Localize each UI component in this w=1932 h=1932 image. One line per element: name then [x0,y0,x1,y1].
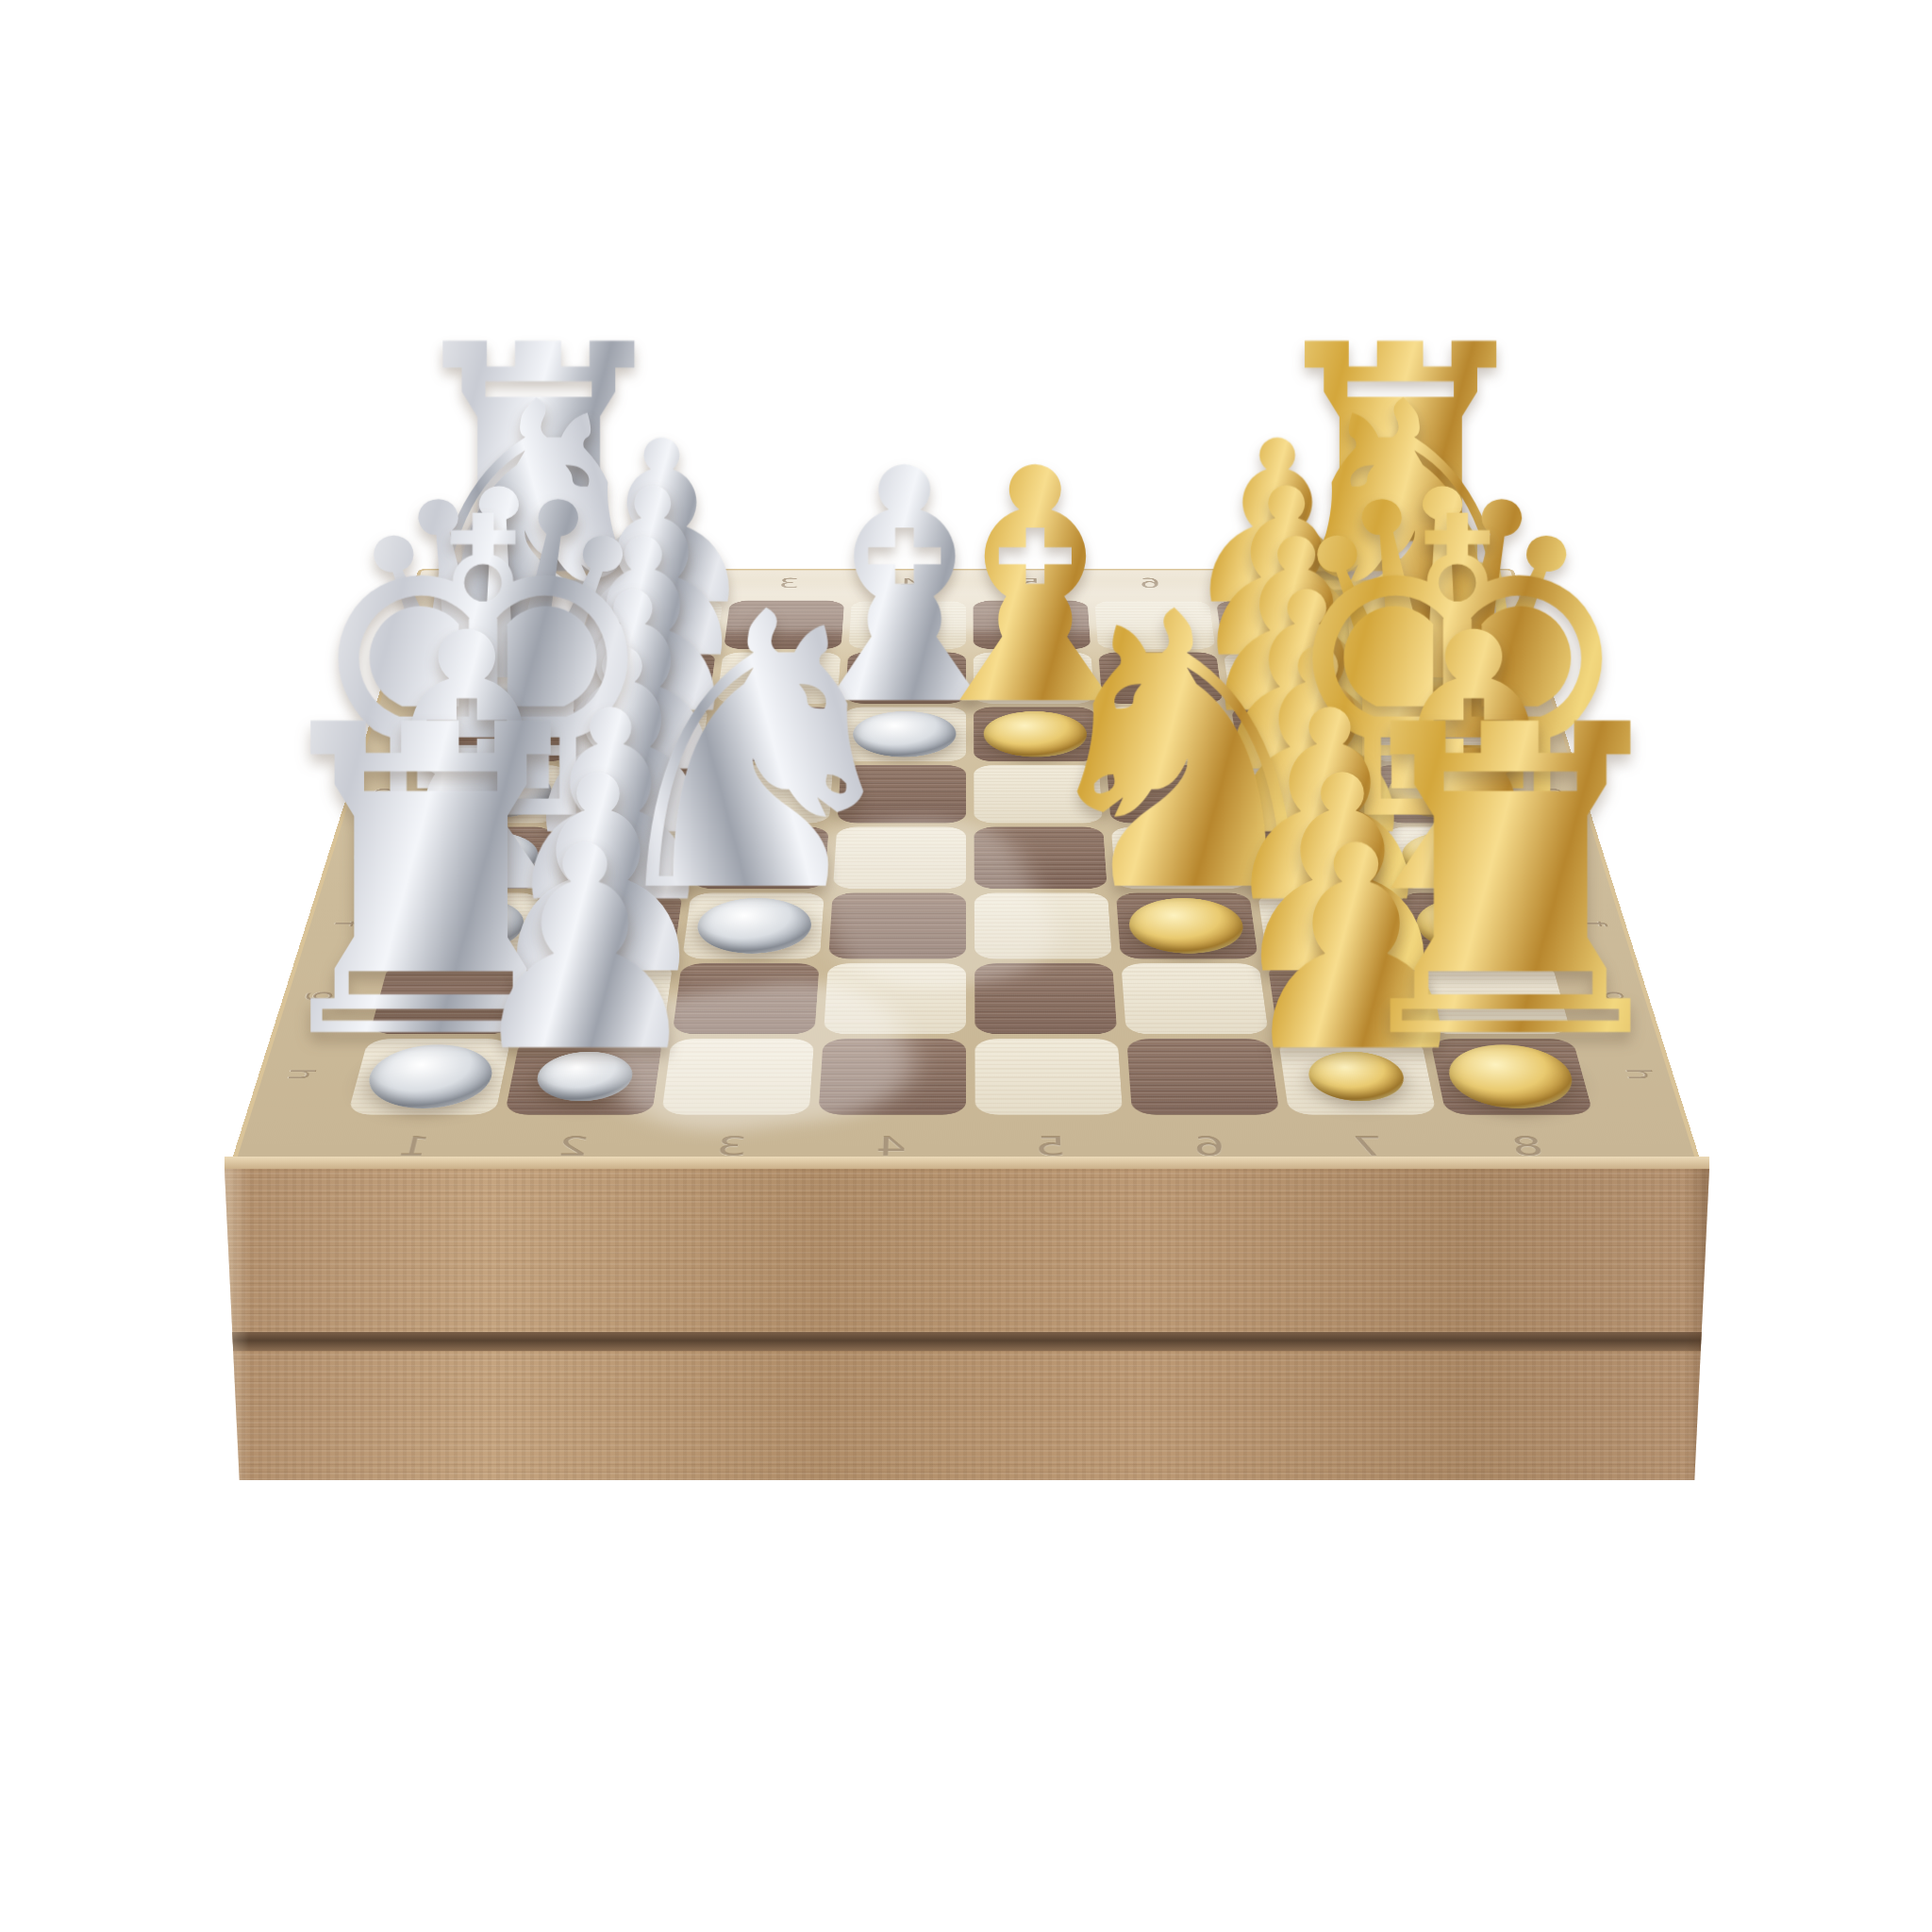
file-label-right-g: g [1594,987,1639,1007]
piece-gold-r-h8: ♜ [1319,692,1701,1076]
product-photo-scene: ♜♟♟♜♞♟♟♞♟♝♝♟♛♟♟♛♚♟♟♚♝♟♞♞♟♝♟♟♜♟♟♜ 1122334… [0,0,1932,1932]
rank-label-back-7: 7 [1248,575,1293,591]
rank-label-back-4: 4 [888,575,931,591]
file-label-left-b: b [401,669,438,683]
square-surface-h5 [974,1039,1123,1115]
file-label-left-e: e [346,847,388,864]
file-label-right-e: e [1554,847,1595,864]
rank-label-back-5: 5 [1008,575,1052,591]
box-lid-seam [225,1332,1709,1351]
square-h8: ♜ [1425,1037,1599,1118]
file-label-right-f: f [1573,915,1615,933]
rank-label-back-3: 3 [767,575,811,591]
file-label-left-h: h [278,1064,325,1085]
rank-label-back-6: 6 [1128,575,1173,591]
file-label-right-a: a [1486,617,1522,630]
file-label-left-f: f [325,915,367,933]
box-right-edge-shadow [1685,1169,1709,1480]
file-label-right-d: d [1535,784,1574,800]
file-label-right-h: h [1617,1064,1663,1085]
box-bevel-edge [225,1157,1709,1170]
square-h5 [971,1037,1128,1118]
rank-label-back-8: 8 [1368,575,1414,591]
rank-label-back-2: 2 [646,575,691,591]
piece-silver-p-h2: ♟ [458,823,710,1075]
file-label-left-g: g [303,987,347,1007]
wooden-box [225,1169,1709,1480]
file-label-left-c: c [384,725,423,741]
file-label-right-c: c [1518,725,1557,741]
chess-board: ♜♟♟♜♞♟♟♞♟♝♝♟♛♟♟♛♚♟♟♚♝♟♞♞♟♝♟♟♜♟♟♜ 1122334… [230,569,1702,1165]
file-label-right-b: b [1501,669,1538,683]
rank-label-back-1: 1 [525,575,572,591]
file-label-left-d: d [365,784,405,800]
box-left-edge-highlight [225,1169,249,1480]
file-label-left-a: a [418,617,454,630]
